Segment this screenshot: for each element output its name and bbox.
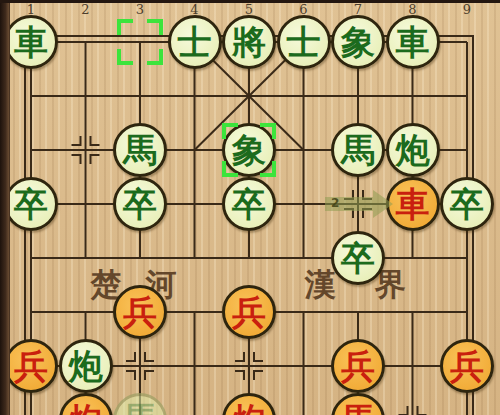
piece-green-advisor[interactable]: 士	[168, 15, 222, 69]
piece-green-horse[interactable]: 馬	[113, 123, 167, 177]
piece-red-chariot[interactable]: 車	[386, 177, 440, 231]
window-frame-top	[0, 0, 500, 3]
piece-green-chariot[interactable]: 車	[4, 15, 58, 69]
piece-green-elephant[interactable]: 象	[331, 15, 385, 69]
piece-green-soldier[interactable]: 卒	[440, 177, 494, 231]
piece-green-soldier[interactable]: 卒	[4, 177, 58, 231]
piece-green-chariot[interactable]: 車	[386, 15, 440, 69]
river-label-han: 漢	[305, 264, 336, 306]
piece-green-cannon[interactable]: 炮	[59, 339, 113, 393]
piece-green-soldier[interactable]: 卒	[113, 177, 167, 231]
piece-green-soldier[interactable]: 卒	[222, 177, 276, 231]
piece-red-soldier[interactable]: 兵	[440, 339, 494, 393]
xiangqi-board: 1 2 3 4 5 6 7 8 9 楚 河 漢 界 馬 車士將士象車馬象馬炮卒卒…	[0, 0, 500, 415]
column-label: 3	[136, 2, 144, 17]
column-label: 2	[81, 2, 89, 17]
piece-red-soldier[interactable]: 兵	[113, 285, 167, 339]
piece-green-horse[interactable]: 馬	[331, 123, 385, 177]
piece-green-elephant[interactable]: 象	[222, 123, 276, 177]
piece-red-soldier[interactable]: 兵	[4, 339, 58, 393]
piece-green-general[interactable]: 將	[222, 15, 276, 69]
window-frame-left	[0, 0, 10, 415]
piece-green-soldier[interactable]: 卒	[331, 231, 385, 285]
column-label: 9	[463, 2, 471, 17]
piece-green-cannon[interactable]: 炮	[386, 123, 440, 177]
piece-green-advisor[interactable]: 士	[277, 15, 331, 69]
piece-red-soldier[interactable]: 兵	[222, 285, 276, 339]
piece-red-soldier[interactable]: 兵	[331, 339, 385, 393]
